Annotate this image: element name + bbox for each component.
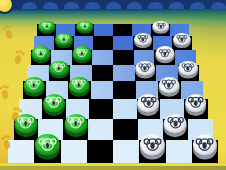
koala-face-icon	[51, 61, 68, 74]
bump-cloud-icon	[148, 2, 163, 9]
checker-piece-white[interactable]	[173, 33, 191, 46]
board-square[interactable]	[133, 36, 153, 50]
koala-face-icon	[44, 94, 63, 111]
checker-piece-green[interactable]	[69, 77, 90, 94]
board-square[interactable]	[137, 99, 161, 119]
koala-face-icon	[139, 94, 158, 111]
checker-piece-green[interactable]	[64, 114, 87, 134]
board-square[interactable]	[91, 81, 114, 99]
board-square[interactable]	[49, 65, 71, 81]
board-square[interactable]	[87, 140, 113, 163]
bump-cloud-icon	[85, 2, 100, 9]
koala-face-icon	[74, 47, 91, 60]
board-square[interactable]	[72, 50, 93, 65]
bump-cloud-icon	[43, 2, 58, 9]
board-square[interactable]	[34, 140, 60, 163]
checker-piece-white[interactable]	[185, 94, 207, 113]
board-square[interactable]	[192, 140, 218, 163]
bump-cloud-icon	[22, 2, 37, 9]
board-square[interactable]	[154, 50, 175, 65]
checker-piece-green[interactable]	[24, 77, 45, 94]
board-square[interactable]	[37, 24, 56, 36]
board-square[interactable]	[113, 24, 132, 36]
checker-piece-white[interactable]	[155, 46, 174, 60]
board-square[interactable]	[61, 140, 87, 163]
board-square[interactable]	[93, 36, 113, 50]
board-square[interactable]	[172, 36, 192, 50]
bump-cloud-icon	[106, 2, 121, 9]
koala-face-icon	[156, 47, 173, 60]
board-square[interactable]	[113, 99, 137, 119]
board-square[interactable]	[113, 119, 138, 140]
sun-icon	[0, 0, 14, 14]
checker-piece-white[interactable]	[152, 21, 169, 32]
koala-face-icon	[66, 114, 86, 132]
checker-piece-green[interactable]	[43, 94, 65, 113]
sky-band	[0, 0, 226, 9]
koala-face-icon	[142, 135, 163, 154]
koala-face-icon	[56, 33, 72, 45]
bump-cloud-icon	[211, 2, 226, 9]
koala-face-icon	[16, 114, 36, 132]
checker-piece-white[interactable]	[140, 134, 164, 156]
board-square[interactable]	[166, 140, 192, 163]
board-square[interactable]	[139, 140, 165, 163]
board-square[interactable]	[158, 81, 181, 99]
koala-face-icon	[135, 33, 151, 45]
board-square[interactable]	[94, 24, 113, 36]
bump-cloud-icon	[190, 2, 205, 9]
board-square[interactable]	[31, 50, 52, 65]
board-square[interactable]	[113, 50, 134, 65]
checker-piece-green[interactable]	[55, 33, 73, 46]
checker-piece-green[interactable]	[31, 46, 50, 60]
board-square[interactable]	[113, 36, 133, 50]
board-square[interactable]	[8, 140, 34, 163]
checker-piece-green[interactable]	[76, 21, 93, 32]
board-square[interactable]	[68, 81, 91, 99]
board-square[interactable]	[42, 99, 66, 119]
game-scene	[0, 0, 226, 170]
checker-piece-green[interactable]	[49, 61, 69, 76]
koala-face-icon	[39, 21, 54, 31]
game-board	[0, 24, 226, 163]
checker-piece-white[interactable]	[138, 94, 160, 113]
board-square[interactable]	[184, 99, 208, 119]
board-square[interactable]	[135, 65, 157, 81]
checker-piece-white[interactable]	[193, 134, 217, 156]
koala-face-icon	[180, 61, 197, 74]
koala-face-icon	[70, 77, 88, 92]
koala-face-icon	[186, 94, 205, 111]
board-square[interactable]	[88, 119, 113, 140]
board-square[interactable]	[178, 65, 200, 81]
checker-piece-white[interactable]	[164, 114, 187, 134]
board-square[interactable]	[113, 65, 135, 81]
koala-face-icon	[37, 135, 58, 154]
koala-face-icon	[165, 114, 185, 132]
checker-piece-green[interactable]	[73, 46, 92, 60]
koala-face-icon	[137, 61, 154, 74]
koala-face-icon	[174, 33, 190, 45]
bump-cloud-icon	[64, 2, 79, 9]
checker-piece-green[interactable]	[35, 134, 59, 156]
board-square[interactable]	[151, 24, 170, 36]
koala-face-icon	[160, 77, 178, 92]
board-square[interactable]	[113, 140, 139, 163]
checker-piece-white[interactable]	[178, 61, 198, 76]
bump-cloud-icon	[169, 2, 184, 9]
board-square[interactable]	[113, 81, 136, 99]
board-square[interactable]	[23, 81, 46, 99]
koala-face-icon	[153, 21, 168, 31]
board-square[interactable]	[89, 99, 113, 119]
board-square[interactable]	[54, 36, 74, 50]
board-square[interactable]	[63, 119, 88, 140]
checker-piece-white[interactable]	[159, 77, 180, 94]
board-square[interactable]	[163, 119, 188, 140]
board-square[interactable]	[92, 50, 113, 65]
checker-piece-white[interactable]	[134, 33, 152, 46]
ground-strip	[0, 166, 226, 170]
board-square[interactable]	[14, 119, 39, 140]
checker-piece-white[interactable]	[135, 61, 155, 76]
koala-face-icon	[77, 21, 92, 31]
koala-face-icon	[194, 135, 215, 154]
board-row	[8, 140, 218, 163]
bump-cloud-icon	[127, 2, 142, 9]
board-square[interactable]	[75, 24, 94, 36]
koala-face-icon	[25, 77, 43, 92]
checker-piece-green[interactable]	[38, 21, 55, 32]
board-square[interactable]	[92, 65, 114, 81]
koala-face-icon	[32, 47, 49, 60]
